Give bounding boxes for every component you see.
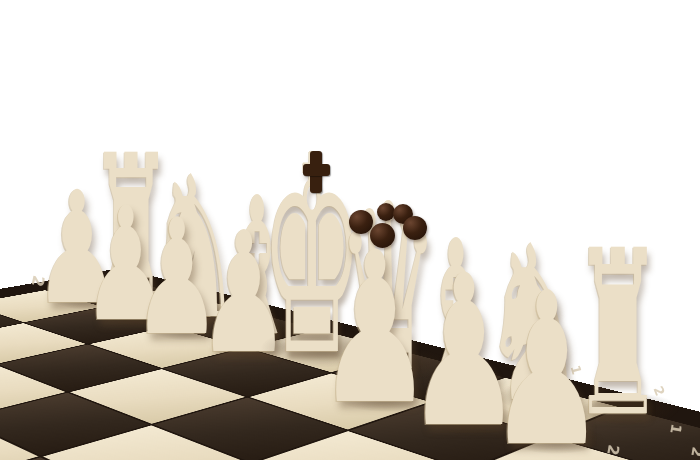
king-cross-accent — [303, 164, 330, 176]
board-coordinate-label: 2 — [650, 384, 667, 398]
queen-crown-ball-accent — [403, 216, 427, 240]
product-photo-chess-set: Overhead-angle photo of a folding wooden… — [0, 0, 700, 460]
queen-crown-ball-accent — [370, 223, 395, 248]
board-plane — [0, 268, 700, 460]
board-coordinate-label: 1 — [568, 364, 585, 377]
photo-description: Overhead-angle photo of a folding wooden… — [0, 0, 1, 1]
queen-crown-ball-accent — [349, 210, 373, 234]
